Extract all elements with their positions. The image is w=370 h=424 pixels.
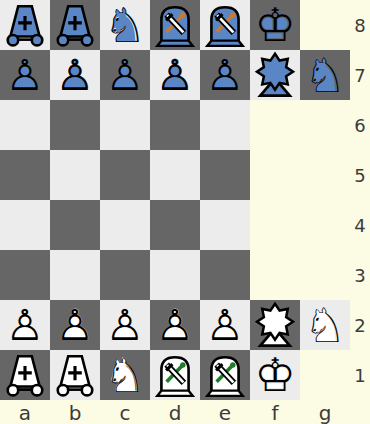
void-f5 — [250, 150, 300, 200]
white-tombstone-e1[interactable] — [200, 350, 250, 400]
blue-king-f8[interactable]: ♚♔ — [250, 0, 300, 50]
blue-pawn-glyph: ♟♙ — [150, 50, 200, 100]
white-knight-glyph: ♞♘ — [300, 300, 350, 350]
blue-war-wagon-a8[interactable] — [0, 0, 50, 50]
rank-label-6: 6 — [350, 100, 370, 150]
square-e2[interactable]: ♟♙ — [200, 300, 250, 350]
square-a5[interactable] — [0, 150, 50, 200]
square-a1[interactable] — [0, 350, 50, 400]
white-pawn-a2[interactable]: ♟♙ — [0, 300, 50, 350]
void-g3 — [300, 250, 350, 300]
white-pawn-glyph: ♟♙ — [50, 300, 100, 350]
tombstone-graphic — [202, 352, 248, 398]
square-e8[interactable] — [200, 0, 250, 50]
blue-tombstone-e8[interactable] — [200, 0, 250, 50]
blue-pawn-glyph: ♟♙ — [50, 50, 100, 100]
square-c2[interactable]: ♟♙ — [100, 300, 150, 350]
square-d3[interactable] — [150, 250, 200, 300]
rank-label-5: 5 — [350, 150, 370, 200]
square-f8[interactable]: ♚♔ — [250, 0, 300, 50]
white-pawn-c2[interactable]: ♟♙ — [100, 300, 150, 350]
rank-label-2: 2 — [350, 300, 370, 350]
white-pawn-glyph: ♟♙ — [200, 300, 250, 350]
blue-tombstone-d8[interactable] — [150, 0, 200, 50]
square-f2[interactable] — [250, 300, 300, 350]
game-window: ♞♘ ♚♔8♟♙♟♙♟♙♟♙♟♙ ♞♘76543♟♙♟♙♟♙♟♙♟♙ ♞♘2 ♞… — [0, 0, 370, 424]
square-c8[interactable]: ♞♘ — [100, 0, 150, 50]
file-label-e: e — [200, 400, 250, 424]
star-graphic — [251, 51, 299, 99]
rank-label-7: 7 — [350, 50, 370, 100]
white-knight-g2[interactable]: ♞♘ — [300, 300, 350, 350]
square-c5[interactable] — [100, 150, 150, 200]
blue-knight-glyph: ♞♘ — [300, 50, 350, 100]
square-c1[interactable]: ♞♘ — [100, 350, 150, 400]
square-f7[interactable] — [250, 50, 300, 100]
rank-label-8: 8 — [350, 0, 370, 50]
white-king-glyph: ♚♔ — [250, 350, 300, 400]
corner-spacer — [350, 400, 370, 424]
white-pawn-b2[interactable]: ♟♙ — [50, 300, 100, 350]
blue-pawn-glyph: ♟♙ — [100, 50, 150, 100]
square-f1[interactable]: ♚♔ — [250, 350, 300, 400]
blue-pawn-glyph: ♟♙ — [0, 50, 50, 100]
square-d4[interactable] — [150, 200, 200, 250]
war-wagon-graphic — [52, 2, 98, 48]
square-g7[interactable]: ♞♘ — [300, 50, 350, 100]
white-star-f2[interactable] — [250, 300, 300, 350]
blue-knight-g7[interactable]: ♞♘ — [300, 50, 350, 100]
square-e6[interactable] — [200, 100, 250, 150]
war-wagon-graphic — [52, 352, 98, 398]
square-b5[interactable] — [50, 150, 100, 200]
square-d1[interactable] — [150, 350, 200, 400]
white-pawn-d2[interactable]: ♟♙ — [150, 300, 200, 350]
square-c6[interactable] — [100, 100, 150, 150]
blue-war-wagon-b8[interactable] — [50, 0, 100, 50]
square-a4[interactable] — [0, 200, 50, 250]
square-d6[interactable] — [150, 100, 200, 150]
square-a6[interactable] — [0, 100, 50, 150]
rank-label-4: 4 — [350, 200, 370, 250]
tombstone-graphic — [152, 352, 198, 398]
square-d7[interactable]: ♟♙ — [150, 50, 200, 100]
square-b4[interactable] — [50, 200, 100, 250]
white-knight-c1[interactable]: ♞♘ — [100, 350, 150, 400]
blue-pawn-e7[interactable]: ♟♙ — [200, 50, 250, 100]
square-d5[interactable] — [150, 150, 200, 200]
square-e7[interactable]: ♟♙ — [200, 50, 250, 100]
blue-pawn-b7[interactable]: ♟♙ — [50, 50, 100, 100]
white-pawn-glyph: ♟♙ — [100, 300, 150, 350]
war-wagon-graphic — [2, 352, 48, 398]
board-grid: ♞♘ ♚♔8♟♙♟♙♟♙♟♙♟♙ ♞♘76543♟♙♟♙♟♙♟♙♟♙ ♞♘2 ♞… — [0, 0, 370, 424]
square-c7[interactable]: ♟♙ — [100, 50, 150, 100]
square-a3[interactable] — [0, 250, 50, 300]
tombstone-graphic — [202, 2, 248, 48]
file-label-g: g — [300, 400, 350, 424]
white-war-wagon-a1[interactable] — [0, 350, 50, 400]
blue-star-f7[interactable] — [250, 50, 300, 100]
void-g8 — [300, 0, 350, 50]
blue-king-glyph: ♚♔ — [250, 0, 300, 50]
white-pawn-e2[interactable]: ♟♙ — [200, 300, 250, 350]
square-b1[interactable] — [50, 350, 100, 400]
square-b7[interactable]: ♟♙ — [50, 50, 100, 100]
white-king-f1[interactable]: ♚♔ — [250, 350, 300, 400]
void-f4 — [250, 200, 300, 250]
square-g2[interactable]: ♞♘ — [300, 300, 350, 350]
white-pawn-glyph: ♟♙ — [150, 300, 200, 350]
void-g6 — [300, 100, 350, 150]
void-g1 — [300, 350, 350, 400]
square-b2[interactable]: ♟♙ — [50, 300, 100, 350]
square-e5[interactable] — [200, 150, 250, 200]
rank-label-3: 3 — [350, 250, 370, 300]
file-label-c: c — [100, 400, 150, 424]
square-a2[interactable]: ♟♙ — [0, 300, 50, 350]
void-f3 — [250, 250, 300, 300]
blue-knight-glyph: ♞♘ — [100, 0, 150, 50]
square-b8[interactable] — [50, 0, 100, 50]
square-a7[interactable]: ♟♙ — [0, 50, 50, 100]
void-g5 — [300, 150, 350, 200]
square-d2[interactable]: ♟♙ — [150, 300, 200, 350]
square-c4[interactable] — [100, 200, 150, 250]
blue-pawn-a7[interactable]: ♟♙ — [0, 50, 50, 100]
blue-knight-c8[interactable]: ♞♘ — [100, 0, 150, 50]
blue-pawn-d7[interactable]: ♟♙ — [150, 50, 200, 100]
white-pawn-glyph: ♟♙ — [0, 300, 50, 350]
square-b6[interactable] — [50, 100, 100, 150]
square-e3[interactable] — [200, 250, 250, 300]
blue-pawn-glyph: ♟♙ — [200, 50, 250, 100]
file-label-b: b — [50, 400, 100, 424]
square-e1[interactable] — [200, 350, 250, 400]
rank-label-1: 1 — [350, 350, 370, 400]
white-war-wagon-b1[interactable] — [50, 350, 100, 400]
void-g4 — [300, 200, 350, 250]
tombstone-graphic — [152, 2, 198, 48]
war-wagon-graphic — [2, 2, 48, 48]
file-label-d: d — [150, 400, 200, 424]
white-tombstone-d1[interactable] — [150, 350, 200, 400]
square-b3[interactable] — [50, 250, 100, 300]
file-label-a: a — [0, 400, 50, 424]
star-graphic — [251, 301, 299, 349]
square-c3[interactable] — [100, 250, 150, 300]
white-knight-glyph: ♞♘ — [100, 350, 150, 400]
square-d8[interactable] — [150, 0, 200, 50]
file-label-f: f — [250, 400, 300, 424]
square-a8[interactable] — [0, 0, 50, 50]
square-e4[interactable] — [200, 200, 250, 250]
blue-pawn-c7[interactable]: ♟♙ — [100, 50, 150, 100]
void-f6 — [250, 100, 300, 150]
